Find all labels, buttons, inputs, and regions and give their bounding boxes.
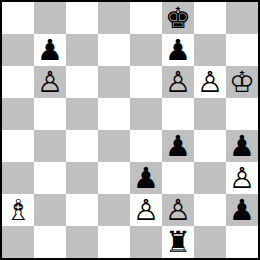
black-pawn[interactable]: ♟ (37, 34, 63, 66)
square-a3[interactable] (2, 162, 34, 194)
square-b4[interactable] (34, 130, 66, 162)
white-pawn[interactable]: ♙ (165, 66, 191, 98)
square-f2[interactable]: ♙ (162, 194, 194, 226)
square-d5[interactable] (98, 98, 130, 130)
square-e5[interactable] (130, 98, 162, 130)
black-pawn[interactable]: ♟ (229, 130, 255, 162)
square-f6[interactable]: ♙ (162, 66, 194, 98)
square-e6[interactable] (130, 66, 162, 98)
square-a7[interactable] (2, 34, 34, 66)
square-b5[interactable] (34, 98, 66, 130)
black-rook[interactable]: ♜ (165, 226, 191, 258)
square-h1[interactable] (226, 226, 258, 258)
square-g1[interactable] (194, 226, 226, 258)
square-d6[interactable] (98, 66, 130, 98)
black-pawn[interactable]: ♟ (229, 194, 255, 226)
chessboard-frame: ♚♟♟♙♙♙♔♟♟♟♙♗♙♙♟♜ (0, 0, 260, 260)
square-e4[interactable] (130, 130, 162, 162)
white-pawn[interactable]: ♙ (229, 162, 255, 194)
square-b8[interactable] (34, 2, 66, 34)
square-f8[interactable]: ♚ (162, 2, 194, 34)
square-h6[interactable]: ♔ (226, 66, 258, 98)
white-pawn[interactable]: ♙ (197, 66, 223, 98)
square-d1[interactable] (98, 226, 130, 258)
black-pawn[interactable]: ♟ (165, 34, 191, 66)
square-a8[interactable] (2, 2, 34, 34)
black-pawn[interactable]: ♟ (165, 130, 191, 162)
square-b3[interactable] (34, 162, 66, 194)
square-h2[interactable]: ♟ (226, 194, 258, 226)
square-g5[interactable] (194, 98, 226, 130)
square-c2[interactable] (66, 194, 98, 226)
square-c3[interactable] (66, 162, 98, 194)
square-g4[interactable] (194, 130, 226, 162)
square-h3[interactable]: ♙ (226, 162, 258, 194)
square-g8[interactable] (194, 2, 226, 34)
black-pawn[interactable]: ♟ (133, 162, 159, 194)
square-d4[interactable] (98, 130, 130, 162)
square-c1[interactable] (66, 226, 98, 258)
black-king[interactable]: ♚ (165, 2, 191, 34)
square-b7[interactable]: ♟ (34, 34, 66, 66)
square-h8[interactable] (226, 2, 258, 34)
square-c7[interactable] (66, 34, 98, 66)
square-c5[interactable] (66, 98, 98, 130)
square-c6[interactable] (66, 66, 98, 98)
white-pawn[interactable]: ♙ (165, 194, 191, 226)
square-a1[interactable] (2, 226, 34, 258)
square-d2[interactable] (98, 194, 130, 226)
square-a5[interactable] (2, 98, 34, 130)
square-e7[interactable] (130, 34, 162, 66)
square-a2[interactable]: ♗ (2, 194, 34, 226)
square-g3[interactable] (194, 162, 226, 194)
square-d8[interactable] (98, 2, 130, 34)
white-king[interactable]: ♔ (229, 66, 255, 98)
square-g7[interactable] (194, 34, 226, 66)
square-g6[interactable]: ♙ (194, 66, 226, 98)
square-a6[interactable] (2, 66, 34, 98)
square-f7[interactable]: ♟ (162, 34, 194, 66)
white-pawn[interactable]: ♙ (133, 194, 159, 226)
square-c8[interactable] (66, 2, 98, 34)
square-h7[interactable] (226, 34, 258, 66)
square-e1[interactable] (130, 226, 162, 258)
square-d7[interactable] (98, 34, 130, 66)
square-f1[interactable]: ♜ (162, 226, 194, 258)
chessboard: ♚♟♟♙♙♙♔♟♟♟♙♗♙♙♟♜ (2, 2, 258, 258)
square-a4[interactable] (2, 130, 34, 162)
square-e8[interactable] (130, 2, 162, 34)
square-g2[interactable] (194, 194, 226, 226)
square-f5[interactable] (162, 98, 194, 130)
square-h4[interactable]: ♟ (226, 130, 258, 162)
square-f4[interactable]: ♟ (162, 130, 194, 162)
square-h5[interactable] (226, 98, 258, 130)
square-b6[interactable]: ♙ (34, 66, 66, 98)
square-e3[interactable]: ♟ (130, 162, 162, 194)
white-bishop[interactable]: ♗ (5, 194, 31, 226)
square-e2[interactable]: ♙ (130, 194, 162, 226)
square-b2[interactable] (34, 194, 66, 226)
square-f3[interactable] (162, 162, 194, 194)
square-d3[interactable] (98, 162, 130, 194)
square-c4[interactable] (66, 130, 98, 162)
square-b1[interactable] (34, 226, 66, 258)
white-pawn[interactable]: ♙ (37, 66, 63, 98)
